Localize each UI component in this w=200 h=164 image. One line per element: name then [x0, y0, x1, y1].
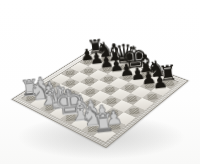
square-h1[interactable]: ♜ [94, 128, 116, 142]
black-pawn-glyph: ♟ [151, 73, 168, 92]
white-rook-glyph: ♜ [92, 111, 116, 137]
chess-set-photo: ♜♞♝♛♚♝♞♜♟♟♟♟♟♟♟♟♟♟♟♟♟♟♟♟♜♞♝♛♚♝♞♜ [0, 0, 200, 164]
